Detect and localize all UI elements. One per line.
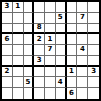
cell-r8c7[interactable]	[67, 77, 78, 88]
cell-r5c1[interactable]	[2, 45, 13, 56]
cell-r9c7[interactable]: 6	[67, 88, 78, 99]
cell-r6c6[interactable]	[56, 56, 67, 67]
cell-r8c8[interactable]	[77, 77, 88, 88]
cell-r5c4[interactable]	[34, 45, 45, 56]
cell-r7c9[interactable]: 3	[88, 67, 99, 78]
cell-r6c9[interactable]	[88, 56, 99, 67]
cell-r4c2[interactable]	[13, 34, 24, 45]
cell-r4c3[interactable]	[24, 34, 35, 45]
cell-r1c2[interactable]: 1	[13, 2, 24, 13]
cell-r1c7[interactable]	[67, 2, 78, 13]
cell-r4c6[interactable]	[56, 34, 67, 45]
cell-r1c6[interactable]	[56, 2, 67, 13]
cell-r1c1[interactable]: 3	[2, 2, 13, 13]
cell-r3c6[interactable]	[56, 24, 67, 35]
cell-r7c5[interactable]	[45, 67, 56, 78]
cell-r1c9[interactable]	[88, 2, 99, 13]
cell-r5c5[interactable]: 7	[45, 45, 56, 56]
cell-r4c9[interactable]	[88, 34, 99, 45]
cell-r6c3[interactable]	[24, 56, 35, 67]
cell-r9c5[interactable]	[45, 88, 56, 99]
cell-r7c2[interactable]	[13, 67, 24, 78]
cell-r2c9[interactable]	[88, 13, 99, 24]
cell-r2c7[interactable]	[67, 13, 78, 24]
cell-r8c2[interactable]	[13, 77, 24, 88]
cell-r5c3[interactable]	[24, 45, 35, 56]
cell-r2c8[interactable]: 7	[77, 13, 88, 24]
cell-r2c5[interactable]	[45, 13, 56, 24]
cell-r5c6[interactable]	[56, 45, 67, 56]
cell-r8c5[interactable]	[45, 77, 56, 88]
cell-r6c8[interactable]	[77, 56, 88, 67]
cell-r7c7[interactable]: 1	[67, 67, 78, 78]
cell-r4c8[interactable]	[77, 34, 88, 45]
cell-r8c1[interactable]	[2, 77, 13, 88]
cell-r7c1[interactable]: 2	[2, 67, 13, 78]
cell-r3c8[interactable]	[77, 24, 88, 35]
cell-r1c5[interactable]	[45, 2, 56, 13]
cell-r1c8[interactable]	[77, 2, 88, 13]
cell-r8c6[interactable]: 4	[56, 77, 67, 88]
cell-r9c1[interactable]	[2, 88, 13, 99]
cell-r8c9[interactable]	[88, 77, 99, 88]
cell-r8c3[interactable]: 5	[24, 77, 35, 88]
cell-r4c5[interactable]: 1	[45, 34, 56, 45]
cell-r4c4[interactable]: 2	[34, 34, 45, 45]
cell-r8c4[interactable]	[34, 77, 45, 88]
cell-r3c9[interactable]	[88, 24, 99, 35]
cell-r3c2[interactable]	[13, 24, 24, 35]
cell-r1c4[interactable]	[34, 2, 45, 13]
cell-r6c5[interactable]	[45, 56, 56, 67]
cell-r5c7[interactable]	[67, 45, 78, 56]
cell-r1c3[interactable]	[24, 2, 35, 13]
cell-r2c1[interactable]	[2, 13, 13, 24]
cell-r4c1[interactable]: 6	[2, 34, 13, 45]
cell-r2c6[interactable]: 5	[56, 13, 67, 24]
cell-r3c7[interactable]	[67, 24, 78, 35]
cell-r3c4[interactable]: 8	[34, 24, 45, 35]
cell-r9c3[interactable]	[24, 88, 35, 99]
cell-r3c3[interactable]	[24, 24, 35, 35]
cell-r9c2[interactable]	[13, 88, 24, 99]
cell-r7c4[interactable]	[34, 67, 45, 78]
cell-r6c7[interactable]	[67, 56, 78, 67]
cell-r5c8[interactable]: 4	[77, 45, 88, 56]
cell-r9c4[interactable]	[34, 88, 45, 99]
cell-r2c3[interactable]	[24, 13, 35, 24]
cell-r7c6[interactable]	[56, 67, 67, 78]
cell-r9c6[interactable]	[56, 88, 67, 99]
cell-r9c8[interactable]	[77, 88, 88, 99]
cell-r4c7[interactable]	[67, 34, 78, 45]
cell-r3c1[interactable]	[2, 24, 13, 35]
cell-r6c1[interactable]	[2, 56, 13, 67]
cell-r3c5[interactable]	[45, 24, 56, 35]
cell-r6c4[interactable]: 3	[34, 56, 45, 67]
cell-r6c2[interactable]	[13, 56, 24, 67]
cell-r2c4[interactable]	[34, 13, 45, 24]
cell-r5c9[interactable]	[88, 45, 99, 56]
sudoku-board: 31578621743213546	[0, 0, 101, 101]
cell-r5c2[interactable]	[13, 45, 24, 56]
cell-r7c8[interactable]	[77, 67, 88, 78]
cell-r9c9[interactable]	[88, 88, 99, 99]
cell-r2c2[interactable]	[13, 13, 24, 24]
cell-r7c3[interactable]	[24, 67, 35, 78]
